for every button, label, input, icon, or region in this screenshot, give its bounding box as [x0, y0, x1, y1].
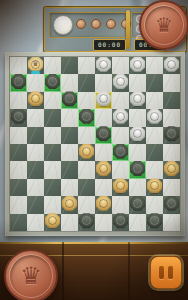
board-square[interactable]: [61, 127, 78, 144]
board-square: [61, 214, 78, 231]
board-square: [44, 57, 61, 74]
piece-dark[interactable]: [96, 126, 111, 141]
board-square: [112, 127, 129, 144]
board-square[interactable]: [163, 92, 180, 109]
piece-dark[interactable]: [79, 109, 94, 124]
board: ♛: [9, 56, 181, 232]
board-square: [129, 179, 146, 196]
board-square: [95, 109, 112, 126]
board-square[interactable]: [163, 161, 180, 178]
board-square[interactable]: ♛: [27, 57, 44, 74]
board-square[interactable]: [129, 57, 146, 74]
timer-left: 00:00: [93, 39, 126, 51]
board-square[interactable]: [61, 161, 78, 178]
board-square[interactable]: [95, 57, 112, 74]
piece-silver[interactable]: [96, 91, 111, 106]
piece-dark[interactable]: [147, 213, 162, 228]
board-square: [78, 161, 95, 178]
board-square: [44, 161, 61, 178]
captured-pieces-left: [76, 19, 131, 29]
gold-trim-line: [0, 242, 188, 244]
board-square: [27, 109, 44, 126]
board-square: [78, 57, 95, 74]
board-square[interactable]: [112, 179, 129, 196]
captured-piece-dot: [106, 19, 116, 29]
board-square: [10, 92, 27, 109]
piece-gold[interactable]: [164, 161, 179, 176]
board-square[interactable]: [146, 74, 163, 91]
board-square[interactable]: [61, 196, 78, 213]
board-square[interactable]: [10, 144, 27, 161]
board-square[interactable]: [129, 127, 146, 144]
turn-indicator-white-disc: [53, 15, 73, 35]
board-square[interactable]: [129, 196, 146, 213]
board-square[interactable]: [95, 92, 112, 109]
board-square: [95, 74, 112, 91]
board-square: [10, 196, 27, 213]
piece-dark[interactable]: [164, 126, 179, 141]
piece-silver[interactable]: [130, 57, 145, 72]
board-frame: ♛: [5, 52, 185, 236]
board-square: [163, 214, 180, 231]
piece-dark[interactable]: [45, 74, 60, 89]
board-square: [163, 144, 180, 161]
piece-dark[interactable]: [130, 161, 145, 176]
piece-gold[interactable]: [62, 196, 77, 211]
wood-seam: [62, 242, 64, 300]
board-square[interactable]: [95, 161, 112, 178]
board-square[interactable]: [163, 127, 180, 144]
board-square: [78, 196, 95, 213]
board-square[interactable]: [27, 161, 44, 178]
captured-piece-dot: [76, 19, 86, 29]
piece-silver[interactable]: [113, 109, 128, 124]
board-square: [10, 127, 27, 144]
board-square[interactable]: [27, 196, 44, 213]
board-square[interactable]: [44, 179, 61, 196]
piece-silver[interactable]: [130, 126, 145, 141]
board-square[interactable]: [112, 214, 129, 231]
board-square[interactable]: [61, 92, 78, 109]
piece-dark[interactable]: [11, 74, 26, 89]
board-square[interactable]: [44, 109, 61, 126]
board-square[interactable]: [95, 196, 112, 213]
board-square[interactable]: [129, 92, 146, 109]
captured-tray-left: [49, 12, 127, 38]
board-square: [44, 127, 61, 144]
board-square: [129, 144, 146, 161]
piece-dark[interactable]: [62, 91, 77, 106]
board-square: [27, 74, 44, 91]
piece-silver[interactable]: [96, 57, 111, 72]
piece-gold[interactable]: [96, 161, 111, 176]
board-square: [163, 74, 180, 91]
board-square[interactable]: [44, 144, 61, 161]
board-square: [10, 57, 27, 74]
board-square[interactable]: [163, 57, 180, 74]
king-crown-icon: ♛: [32, 60, 39, 68]
board-square[interactable]: [129, 161, 146, 178]
board-square: [129, 214, 146, 231]
board-square: [44, 196, 61, 213]
board-square[interactable]: [146, 144, 163, 161]
board-square[interactable]: [27, 127, 44, 144]
board-square[interactable]: [146, 109, 163, 126]
pause-button[interactable]: [150, 256, 182, 289]
board-square[interactable]: [78, 144, 95, 161]
board-square[interactable]: [78, 109, 95, 126]
board-square[interactable]: [10, 109, 27, 126]
board-square: [61, 109, 78, 126]
board-square: [27, 179, 44, 196]
board-square: [146, 127, 163, 144]
board-square[interactable]: [10, 214, 27, 231]
crown-medallion-bottom: ♛: [4, 249, 58, 300]
board-square: [163, 109, 180, 126]
board-square[interactable]: [10, 179, 27, 196]
board-square: [10, 161, 27, 178]
board-square[interactable]: [61, 57, 78, 74]
board-square[interactable]: [112, 74, 129, 91]
board-square[interactable]: [44, 74, 61, 91]
piece-dark[interactable]: [79, 213, 94, 228]
wood-seam: [128, 242, 130, 300]
piece-silver[interactable]: [164, 57, 179, 72]
piece-silver[interactable]: [147, 109, 162, 124]
board-square: [146, 92, 163, 109]
crown-medallion-top: ♛: [139, 0, 188, 50]
board-square[interactable]: [112, 144, 129, 161]
game-screen: 00:00 00:00 ♛ ♛ ♛: [0, 0, 188, 300]
board-square: [61, 144, 78, 161]
board-square: [78, 127, 95, 144]
board-square[interactable]: [112, 109, 129, 126]
board-square[interactable]: [163, 196, 180, 213]
board-square: [61, 179, 78, 196]
crown-icon: ♛: [20, 264, 42, 288]
piece-gold[interactable]: [147, 178, 162, 193]
piece-gold-king[interactable]: ♛: [28, 57, 43, 72]
board-square: [27, 214, 44, 231]
board-square[interactable]: [78, 214, 95, 231]
board-square[interactable]: [146, 179, 163, 196]
crown-icon: ♛: [155, 15, 173, 35]
piece-dark[interactable]: [113, 144, 128, 159]
board-square[interactable]: [78, 74, 95, 91]
board-square: [112, 161, 129, 178]
board-square: [61, 74, 78, 91]
board-square: [163, 179, 180, 196]
board-square: [129, 74, 146, 91]
board-square: [129, 109, 146, 126]
board-square: [112, 92, 129, 109]
board-square: [95, 144, 112, 161]
board-square[interactable]: [146, 214, 163, 231]
board-square[interactable]: [78, 179, 95, 196]
board-square[interactable]: [95, 127, 112, 144]
board-square: [78, 92, 95, 109]
pause-icon: [168, 266, 173, 279]
board-square: [146, 161, 163, 178]
board-square: [146, 57, 163, 74]
piece-gold[interactable]: [113, 178, 128, 193]
piece-silver[interactable]: [130, 91, 145, 106]
piece-gold[interactable]: [96, 196, 111, 211]
piece-dark[interactable]: [113, 213, 128, 228]
piece-gold[interactable]: [28, 91, 43, 106]
board-square: [112, 57, 129, 74]
piece-dark[interactable]: [11, 109, 26, 124]
board-square: [95, 179, 112, 196]
piece-dark[interactable]: [164, 196, 179, 211]
piece-silver[interactable]: [113, 74, 128, 89]
piece-gold[interactable]: [45, 213, 60, 228]
board-square: [112, 196, 129, 213]
board-square[interactable]: [44, 214, 61, 231]
board-square[interactable]: [27, 92, 44, 109]
board-square[interactable]: [10, 74, 27, 91]
pause-icon: [159, 266, 164, 279]
piece-gold[interactable]: [79, 144, 94, 159]
board-square: [95, 214, 112, 231]
captured-piece-dot: [91, 19, 101, 29]
piece-dark[interactable]: [130, 196, 145, 211]
board-square: [146, 196, 163, 213]
board-square: [27, 144, 44, 161]
board-square: [44, 92, 61, 109]
